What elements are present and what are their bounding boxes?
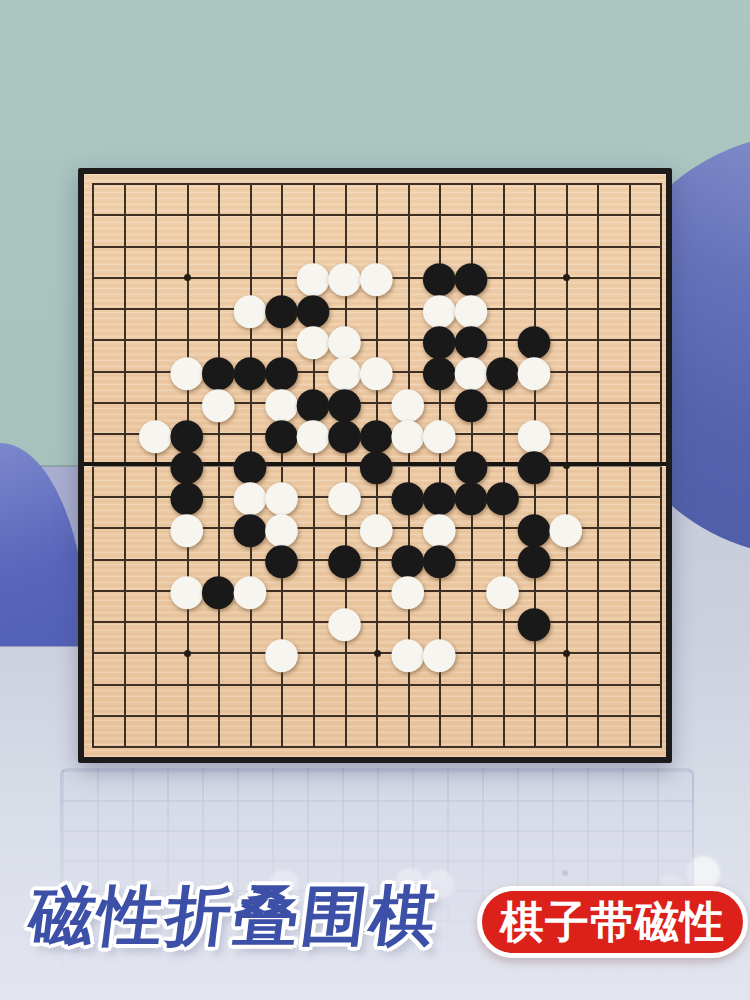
- stone-white[interactable]: ●: [360, 355, 392, 386]
- stone-white[interactable]: ●: [424, 637, 456, 668]
- stone-black[interactable]: ●: [329, 418, 361, 449]
- product-title: 磁性折叠围棋: [25, 872, 444, 960]
- stone-black[interactable]: ●: [203, 574, 235, 605]
- stone-white[interactable]: ●: [297, 418, 329, 449]
- stone-white[interactable]: ●: [266, 637, 298, 668]
- stone-white[interactable]: ●: [329, 261, 361, 292]
- stone-white[interactable]: ●: [392, 574, 424, 605]
- magnetic-badge-label: 棋子带磁性: [500, 893, 725, 952]
- stone-black[interactable]: ●: [487, 480, 519, 511]
- magnetic-badge: 棋子带磁性: [477, 886, 748, 958]
- go-board[interactable]: ●●●●●●●●●●●●●●●●●●●●●●●●●●●●●●●●●●●●●●●●…: [78, 168, 672, 763]
- stone-white[interactable]: ●: [518, 355, 550, 386]
- stone-black[interactable]: ●: [455, 480, 487, 511]
- stone-white[interactable]: ●: [424, 418, 456, 449]
- stone-white[interactable]: ●: [139, 418, 171, 449]
- product-photo: ●●●●●●●●●●●●●●●●●●●●●●●●●●●●●●●●●●●●●●●●…: [0, 0, 750, 1000]
- stone-white[interactable]: ●: [171, 512, 203, 543]
- stone-white[interactable]: ●: [329, 480, 361, 511]
- stone-black[interactable]: ●: [518, 543, 550, 574]
- stone-black[interactable]: ●: [266, 418, 298, 449]
- stone-black[interactable]: ●: [392, 480, 424, 511]
- stone-black[interactable]: ●: [424, 355, 456, 386]
- stone-white[interactable]: ●: [487, 574, 519, 605]
- stone-white[interactable]: ●: [329, 605, 361, 636]
- stone-black[interactable]: ●: [455, 386, 487, 417]
- stone-white[interactable]: ●: [392, 418, 424, 449]
- stone-white[interactable]: ●: [392, 637, 424, 668]
- stones-layer: ●●●●●●●●●●●●●●●●●●●●●●●●●●●●●●●●●●●●●●●●…: [76, 167, 676, 762]
- stone-white[interactable]: ●: [360, 261, 392, 292]
- stone-white[interactable]: ●: [171, 355, 203, 386]
- stone-black[interactable]: ●: [234, 355, 266, 386]
- stone-white[interactable]: ●: [360, 512, 392, 543]
- stone-black[interactable]: ●: [518, 449, 550, 480]
- stone-black[interactable]: ●: [234, 512, 266, 543]
- stone-white[interactable]: ●: [203, 386, 235, 417]
- stone-white[interactable]: ●: [297, 324, 329, 355]
- stone-black[interactable]: ●: [487, 355, 519, 386]
- stone-black[interactable]: ●: [266, 293, 298, 324]
- stone-black[interactable]: ●: [266, 543, 298, 574]
- stone-black[interactable]: ●: [424, 543, 456, 574]
- stone-white[interactable]: ●: [550, 512, 582, 543]
- stone-white[interactable]: ●: [234, 293, 266, 324]
- stone-white[interactable]: ●: [171, 574, 203, 605]
- stone-black[interactable]: ●: [518, 605, 550, 636]
- stone-black[interactable]: ●: [360, 449, 392, 480]
- stone-white[interactable]: ●: [234, 574, 266, 605]
- stone-black[interactable]: ●: [329, 543, 361, 574]
